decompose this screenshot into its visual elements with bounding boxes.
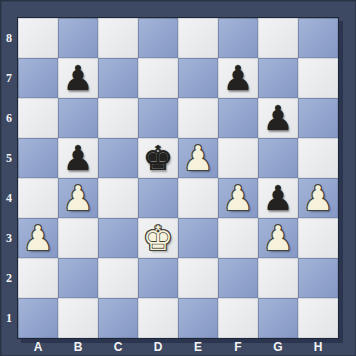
square-e5[interactable]: ♟	[178, 138, 218, 178]
square-f6[interactable]	[218, 98, 258, 138]
black-pawn[interactable]: ♟	[223, 58, 253, 98]
rank-label-4: 4	[0, 178, 18, 218]
square-g6[interactable]: ♟	[258, 98, 298, 138]
square-d2[interactable]	[138, 258, 178, 298]
square-c5[interactable]	[98, 138, 138, 178]
square-h5[interactable]	[298, 138, 338, 178]
square-e8[interactable]	[178, 18, 218, 58]
rank-label-8: 8	[0, 18, 18, 58]
square-d6[interactable]	[138, 98, 178, 138]
square-a7[interactable]	[18, 58, 58, 98]
square-a2[interactable]	[18, 258, 58, 298]
rank-label-3: 3	[0, 218, 18, 258]
square-c2[interactable]	[98, 258, 138, 298]
square-b6[interactable]	[58, 98, 98, 138]
square-c3[interactable]	[98, 218, 138, 258]
square-b7[interactable]: ♟	[58, 58, 98, 98]
square-h2[interactable]	[298, 258, 338, 298]
square-f5[interactable]	[218, 138, 258, 178]
square-d3[interactable]: ♚	[138, 218, 178, 258]
white-pawn[interactable]: ♟	[63, 178, 93, 218]
white-pawn[interactable]: ♟	[263, 218, 293, 258]
file-label-c: C	[98, 338, 138, 356]
square-e3[interactable]	[178, 218, 218, 258]
white-pawn[interactable]: ♟	[183, 138, 213, 178]
square-d7[interactable]	[138, 58, 178, 98]
rank-label-2: 2	[0, 258, 18, 298]
rank-label-7: 7	[0, 58, 18, 98]
black-pawn[interactable]: ♟	[63, 138, 93, 178]
square-h7[interactable]	[298, 58, 338, 98]
square-b4[interactable]: ♟	[58, 178, 98, 218]
black-pawn[interactable]: ♟	[263, 98, 293, 138]
square-c4[interactable]	[98, 178, 138, 218]
square-a8[interactable]	[18, 18, 58, 58]
file-label-a: A	[18, 338, 58, 356]
square-d4[interactable]	[138, 178, 178, 218]
square-b2[interactable]	[58, 258, 98, 298]
square-f7[interactable]: ♟	[218, 58, 258, 98]
rank-label-1: 1	[0, 298, 18, 338]
square-b8[interactable]	[58, 18, 98, 58]
square-g1[interactable]	[258, 298, 298, 338]
square-a3[interactable]: ♟	[18, 218, 58, 258]
square-g4[interactable]: ♟	[258, 178, 298, 218]
square-h8[interactable]	[298, 18, 338, 58]
rank-label-5: 5	[0, 138, 18, 178]
square-e1[interactable]	[178, 298, 218, 338]
square-d8[interactable]	[138, 18, 178, 58]
square-c8[interactable]	[98, 18, 138, 58]
square-e4[interactable]	[178, 178, 218, 218]
file-label-e: E	[178, 338, 218, 356]
square-f3[interactable]	[218, 218, 258, 258]
file-labels: ABCDEFGH	[18, 338, 338, 356]
square-g7[interactable]	[258, 58, 298, 98]
square-h1[interactable]	[298, 298, 338, 338]
chess-board: ♟♟♟♟♚♟♟♟♟♟♟♚♟	[17, 17, 339, 339]
white-pawn[interactable]: ♟	[23, 218, 53, 258]
square-c1[interactable]	[98, 298, 138, 338]
square-a4[interactable]	[18, 178, 58, 218]
file-label-g: G	[258, 338, 298, 356]
square-g3[interactable]: ♟	[258, 218, 298, 258]
square-h6[interactable]	[298, 98, 338, 138]
square-a6[interactable]	[18, 98, 58, 138]
square-c7[interactable]	[98, 58, 138, 98]
square-b5[interactable]: ♟	[58, 138, 98, 178]
square-e6[interactable]	[178, 98, 218, 138]
square-a5[interactable]	[18, 138, 58, 178]
square-g2[interactable]	[258, 258, 298, 298]
white-pawn[interactable]: ♟	[303, 178, 333, 218]
square-f2[interactable]	[218, 258, 258, 298]
square-g8[interactable]	[258, 18, 298, 58]
file-label-h: H	[298, 338, 338, 356]
black-pawn[interactable]: ♟	[263, 178, 293, 218]
square-f1[interactable]	[218, 298, 258, 338]
square-g5[interactable]	[258, 138, 298, 178]
square-f8[interactable]	[218, 18, 258, 58]
file-label-f: F	[218, 338, 258, 356]
square-c6[interactable]	[98, 98, 138, 138]
rank-labels: 87654321	[0, 18, 18, 338]
square-b1[interactable]	[58, 298, 98, 338]
chess-diagram: 87654321 ♟♟♟♟♚♟♟♟♟♟♟♚♟ ABCDEFGH	[0, 0, 356, 356]
square-e7[interactable]	[178, 58, 218, 98]
square-b3[interactable]	[58, 218, 98, 258]
square-f4[interactable]: ♟	[218, 178, 258, 218]
black-king[interactable]: ♚	[143, 138, 173, 178]
black-pawn[interactable]: ♟	[63, 58, 93, 98]
file-label-b: B	[58, 338, 98, 356]
square-h3[interactable]	[298, 218, 338, 258]
white-king[interactable]: ♚	[143, 218, 173, 258]
square-d1[interactable]	[138, 298, 178, 338]
white-pawn[interactable]: ♟	[223, 178, 253, 218]
square-d5[interactable]: ♚	[138, 138, 178, 178]
file-label-d: D	[138, 338, 178, 356]
square-a1[interactable]	[18, 298, 58, 338]
square-e2[interactable]	[178, 258, 218, 298]
rank-label-6: 6	[0, 98, 18, 138]
square-h4[interactable]: ♟	[298, 178, 338, 218]
